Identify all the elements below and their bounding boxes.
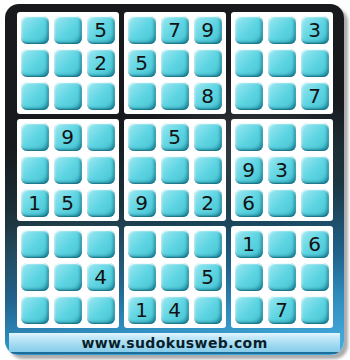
box-3-3: 167 [231, 226, 333, 328]
cell-r6c4: 9 [128, 189, 156, 217]
cell-digit: 9 [201, 20, 214, 40]
cell-r8c5[interactable] [161, 263, 189, 291]
box-2-3: 936 [231, 119, 333, 221]
cell-r1c6: 9 [194, 16, 222, 44]
cell-r6c1: 1 [21, 189, 49, 217]
site-url: www.sudokusweb.com [81, 335, 267, 351]
cell-r8c4[interactable] [128, 263, 156, 291]
cell-r3c5[interactable] [161, 82, 189, 110]
cell-digit: 5 [94, 20, 107, 40]
cell-r8c3: 4 [87, 263, 115, 291]
cell-r2c6[interactable] [194, 49, 222, 77]
cell-digit: 2 [201, 193, 214, 213]
cell-r6c8[interactable] [268, 189, 296, 217]
cell-r2c1[interactable] [21, 49, 49, 77]
cell-digit: 2 [94, 53, 107, 73]
cell-digit: 6 [242, 193, 255, 213]
cell-r2c4: 5 [128, 49, 156, 77]
cell-r1c5: 7 [161, 16, 189, 44]
cell-digit: 6 [308, 234, 321, 254]
cell-r5c6[interactable] [194, 156, 222, 184]
cell-r3c4[interactable] [128, 82, 156, 110]
cell-r1c4[interactable] [128, 16, 156, 44]
cell-r6c6: 2 [194, 189, 222, 217]
cell-r2c3: 2 [87, 49, 115, 77]
cell-r8c9[interactable] [301, 263, 329, 291]
cell-digit: 5 [61, 193, 74, 213]
cell-r5c3[interactable] [87, 156, 115, 184]
cell-digit: 4 [168, 300, 181, 320]
cell-r8c8[interactable] [268, 263, 296, 291]
cell-digit: 5 [201, 267, 214, 287]
cell-r9c6[interactable] [194, 296, 222, 324]
cell-r6c5[interactable] [161, 189, 189, 217]
cell-r9c2[interactable] [54, 296, 82, 324]
cell-r5c2[interactable] [54, 156, 82, 184]
cell-r6c2: 5 [54, 189, 82, 217]
cell-r3c1[interactable] [21, 82, 49, 110]
cell-digit: 3 [308, 20, 321, 40]
cell-r6c3[interactable] [87, 189, 115, 217]
cell-r4c4[interactable] [128, 123, 156, 151]
cell-r7c6[interactable] [194, 230, 222, 258]
cell-r1c1[interactable] [21, 16, 49, 44]
cell-digit: 1 [28, 193, 41, 213]
footer-band: www.sudokusweb.com [9, 333, 340, 354]
cell-r1c7[interactable] [235, 16, 263, 44]
cell-digit: 7 [168, 20, 181, 40]
cell-r5c9[interactable] [301, 156, 329, 184]
cell-r8c7[interactable] [235, 263, 263, 291]
cell-r7c4[interactable] [128, 230, 156, 258]
cell-digit: 7 [308, 86, 321, 106]
cell-r2c5[interactable] [161, 49, 189, 77]
cell-r9c5: 4 [161, 296, 189, 324]
cell-r8c1[interactable] [21, 263, 49, 291]
box-2-2: 592 [124, 119, 226, 221]
board-frame: 527958379155929364514167 www.sudokusweb.… [5, 4, 344, 355]
box-2-1: 915 [17, 119, 119, 221]
cell-r3c8[interactable] [268, 82, 296, 110]
cell-r1c8[interactable] [268, 16, 296, 44]
cell-r7c8[interactable] [268, 230, 296, 258]
cell-digit: 5 [168, 127, 181, 147]
cell-r3c6: 8 [194, 82, 222, 110]
cell-r4c6[interactable] [194, 123, 222, 151]
cell-digit: 1 [135, 300, 148, 320]
cell-r1c3: 5 [87, 16, 115, 44]
cell-digit: 8 [201, 86, 214, 106]
cell-r7c3[interactable] [87, 230, 115, 258]
cell-r9c7[interactable] [235, 296, 263, 324]
cell-r9c9[interactable] [301, 296, 329, 324]
cell-r7c5[interactable] [161, 230, 189, 258]
cell-r5c4[interactable] [128, 156, 156, 184]
cell-r5c8: 3 [268, 156, 296, 184]
cell-r3c2[interactable] [54, 82, 82, 110]
cell-digit: 3 [275, 160, 288, 180]
box-3-1: 4 [17, 226, 119, 328]
cell-digit: 1 [242, 234, 255, 254]
cell-r4c9[interactable] [301, 123, 329, 151]
cell-digit: 7 [275, 300, 288, 320]
cell-digit: 9 [61, 127, 74, 147]
cell-r8c2[interactable] [54, 263, 82, 291]
box-1-3: 37 [231, 12, 333, 114]
cell-digit: 4 [94, 267, 107, 287]
box-3-2: 514 [124, 226, 226, 328]
cell-r1c9: 3 [301, 16, 329, 44]
cell-r4c5: 5 [161, 123, 189, 151]
cell-r8c6: 5 [194, 263, 222, 291]
cell-r3c3[interactable] [87, 82, 115, 110]
cell-r6c7: 6 [235, 189, 263, 217]
cell-r2c7[interactable] [235, 49, 263, 77]
cell-r9c3[interactable] [87, 296, 115, 324]
cell-r5c7: 9 [235, 156, 263, 184]
cell-r7c9: 6 [301, 230, 329, 258]
cell-r2c2[interactable] [54, 49, 82, 77]
sudoku-board: 527958379155929364514167 [5, 4, 344, 328]
cell-r4c2: 9 [54, 123, 82, 151]
cell-r1c2[interactable] [54, 16, 82, 44]
cell-digit: 9 [135, 193, 148, 213]
cell-r9c8: 7 [268, 296, 296, 324]
cell-r4c7[interactable] [235, 123, 263, 151]
cell-r7c7: 1 [235, 230, 263, 258]
cell-r9c4: 1 [128, 296, 156, 324]
cell-digit: 9 [242, 160, 255, 180]
cell-r3c7[interactable] [235, 82, 263, 110]
cell-r7c1[interactable] [21, 230, 49, 258]
cell-r2c9[interactable] [301, 49, 329, 77]
box-1-1: 52 [17, 12, 119, 114]
cell-r4c3[interactable] [87, 123, 115, 151]
cell-r4c8[interactable] [268, 123, 296, 151]
cell-r5c5[interactable] [161, 156, 189, 184]
cell-r4c1[interactable] [21, 123, 49, 151]
cell-r7c2[interactable] [54, 230, 82, 258]
box-1-2: 7958 [124, 12, 226, 114]
cell-r2c8[interactable] [268, 49, 296, 77]
cell-r9c1[interactable] [21, 296, 49, 324]
cell-digit: 5 [135, 53, 148, 73]
cell-r6c9[interactable] [301, 189, 329, 217]
cell-r3c9: 7 [301, 82, 329, 110]
cell-r5c1[interactable] [21, 156, 49, 184]
